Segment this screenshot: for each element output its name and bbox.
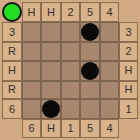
board-cell-r3c1[interactable] [22,61,41,81]
green-ball-button[interactable] [2,2,22,22]
board-cell-r3c5[interactable] [100,61,119,81]
board-cell-r2c2[interactable] [41,42,61,61]
corner-bottom-left [2,119,22,138]
board-cell-r5c4[interactable] [80,99,100,119]
clue-left-5: 6 [2,99,22,119]
clue-left-4: R [2,81,22,100]
clue-bottom-3: 1 [61,119,80,138]
board-cell-r1c3[interactable] [61,22,80,42]
clue-right-1: 3 [119,22,138,42]
board-cell-r1c1[interactable] [22,22,41,42]
clue-bottom-1: 6 [22,119,41,138]
clue-right-4: H [119,81,138,100]
board-cell-r2c4[interactable] [80,42,100,61]
blackbox-board: H H 2 5 4 3 3 R 2 H H R [2,2,138,138]
board-cell-r2c3[interactable] [61,42,80,61]
clue-top-5: 4 [100,2,119,22]
clue-top-1: H [22,2,41,22]
board-cell-r3c2[interactable] [41,61,61,81]
clue-left-2: R [2,42,22,61]
clue-bottom-4: 5 [80,119,100,138]
board-cell-r4c3[interactable] [61,81,80,100]
board-cell-r3c4[interactable] [80,61,100,81]
atom-ball [42,100,60,118]
clue-right-3: H [119,61,138,81]
board-cell-r5c2[interactable] [41,99,61,119]
board-cell-r4c1[interactable] [22,81,41,100]
board-cell-r4c2[interactable] [41,81,61,100]
clue-left-1: 3 [2,22,22,42]
board-cell-r1c2[interactable] [41,22,61,42]
board-cell-r4c4[interactable] [80,81,100,100]
corner-bottom-right [119,119,138,138]
board-cell-r2c5[interactable] [100,42,119,61]
clue-bottom-2: H [41,119,61,138]
clue-right-5: 1 [119,99,138,119]
board-cell-r4c5[interactable] [100,81,119,100]
clue-top-4: 5 [80,2,100,22]
corner-top-left [2,2,22,22]
board-cell-r5c1[interactable] [22,99,41,119]
corner-top-right [119,2,138,22]
clue-left-3: H [2,61,22,81]
clue-bottom-5: 4 [100,119,119,138]
blackbox-game-screen: H H 2 5 4 3 3 R 2 H H R [0,0,140,140]
atom-ball [81,62,99,80]
atom-ball [81,23,99,41]
board-cell-r1c5[interactable] [100,22,119,42]
board-cell-r2c1[interactable] [22,42,41,61]
board-cell-r1c4[interactable] [80,22,100,42]
clue-top-2: H [41,2,61,22]
board-cell-r5c5[interactable] [100,99,119,119]
clue-top-3: 2 [61,2,80,22]
board-cell-r3c3[interactable] [61,61,80,81]
clue-right-2: 2 [119,42,138,61]
board-cell-r5c3[interactable] [61,99,80,119]
